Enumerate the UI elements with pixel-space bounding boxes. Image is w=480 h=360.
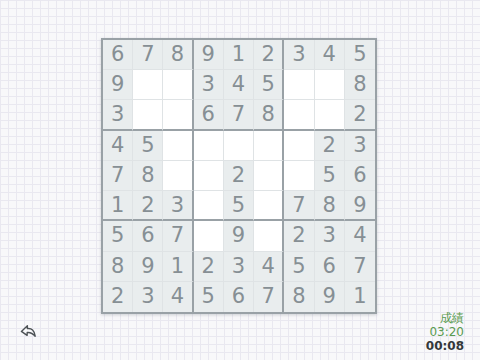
- cell-r5c1[interactable]: 7: [103, 161, 133, 191]
- cell-r4c5[interactable]: [224, 131, 254, 161]
- cell-r7c6[interactable]: [254, 221, 284, 251]
- cell-r9c6[interactable]: 7: [254, 282, 284, 312]
- cell-r9c1[interactable]: 2: [103, 282, 133, 312]
- cell-r2c7[interactable]: [284, 70, 314, 100]
- cell-r8c9[interactable]: 7: [345, 252, 375, 282]
- cell-r4c6[interactable]: [254, 131, 284, 161]
- cell-r4c8[interactable]: 2: [315, 131, 345, 161]
- cell-r7c8[interactable]: 3: [315, 221, 345, 251]
- cell-r7c9[interactable]: 4: [345, 221, 375, 251]
- score-panel: 成績 03:20 00:08: [426, 311, 464, 353]
- cell-r3c2[interactable]: [133, 100, 163, 130]
- undo-arrow-icon: [19, 323, 39, 341]
- cell-r5c3[interactable]: [163, 161, 193, 191]
- cell-r3c6[interactable]: 8: [254, 100, 284, 130]
- cell-r1c3[interactable]: 8: [163, 40, 193, 70]
- cell-r2c1[interactable]: 9: [103, 70, 133, 100]
- cell-r3c9[interactable]: 2: [345, 100, 375, 130]
- cell-r4c2[interactable]: 5: [133, 131, 163, 161]
- cell-r6c4[interactable]: [194, 191, 224, 221]
- cell-r1c8[interactable]: 4: [315, 40, 345, 70]
- best-time: 03:20: [426, 325, 464, 339]
- cell-r9c7[interactable]: 8: [284, 282, 314, 312]
- cell-r3c8[interactable]: [315, 100, 345, 130]
- cell-r6c5[interactable]: 5: [224, 191, 254, 221]
- sudoku-board: 6789123459345836782452378256123578956792…: [101, 38, 377, 314]
- cell-r5c4[interactable]: [194, 161, 224, 191]
- cell-r8c8[interactable]: 6: [315, 252, 345, 282]
- cell-r4c4[interactable]: [194, 131, 224, 161]
- cell-r8c4[interactable]: 2: [194, 252, 224, 282]
- cell-r2c2[interactable]: [133, 70, 163, 100]
- cell-r6c1[interactable]: 1: [103, 191, 133, 221]
- cell-r6c3[interactable]: 3: [163, 191, 193, 221]
- cell-r5c8[interactable]: 5: [315, 161, 345, 191]
- cell-r3c3[interactable]: [163, 100, 193, 130]
- cell-r5c7[interactable]: [284, 161, 314, 191]
- cell-r1c6[interactable]: 2: [254, 40, 284, 70]
- cell-r3c4[interactable]: 6: [194, 100, 224, 130]
- cell-r1c9[interactable]: 5: [345, 40, 375, 70]
- cell-r9c5[interactable]: 6: [224, 282, 254, 312]
- cell-r6c6[interactable]: [254, 191, 284, 221]
- cell-r2c6[interactable]: 5: [254, 70, 284, 100]
- undo-button[interactable]: [18, 322, 40, 342]
- cell-r6c2[interactable]: 2: [133, 191, 163, 221]
- cell-r1c7[interactable]: 3: [284, 40, 314, 70]
- cell-r7c4[interactable]: [194, 221, 224, 251]
- cell-r3c1[interactable]: 3: [103, 100, 133, 130]
- cell-r9c8[interactable]: 9: [315, 282, 345, 312]
- cell-r2c8[interactable]: [315, 70, 345, 100]
- cell-r8c6[interactable]: 4: [254, 252, 284, 282]
- cell-r5c6[interactable]: [254, 161, 284, 191]
- cell-r9c9[interactable]: 1: [345, 282, 375, 312]
- cell-r8c7[interactable]: 5: [284, 252, 314, 282]
- cell-r7c5[interactable]: 9: [224, 221, 254, 251]
- cell-r6c9[interactable]: 9: [345, 191, 375, 221]
- cell-r6c7[interactable]: 7: [284, 191, 314, 221]
- cell-r2c5[interactable]: 4: [224, 70, 254, 100]
- cell-r7c3[interactable]: 7: [163, 221, 193, 251]
- cell-r5c9[interactable]: 6: [345, 161, 375, 191]
- cell-r8c3[interactable]: 1: [163, 252, 193, 282]
- cell-r4c7[interactable]: [284, 131, 314, 161]
- cell-r1c1[interactable]: 6: [103, 40, 133, 70]
- cell-r9c4[interactable]: 5: [194, 282, 224, 312]
- cell-r3c7[interactable]: [284, 100, 314, 130]
- cell-r4c3[interactable]: [163, 131, 193, 161]
- score-label: 成績: [426, 311, 464, 325]
- cell-r2c9[interactable]: 8: [345, 70, 375, 100]
- cell-r4c1[interactable]: 4: [103, 131, 133, 161]
- app-background: { "game": "sudoku", "position": "6789123…: [0, 0, 480, 360]
- cell-r7c2[interactable]: 6: [133, 221, 163, 251]
- cell-r8c2[interactable]: 9: [133, 252, 163, 282]
- cell-r2c4[interactable]: 3: [194, 70, 224, 100]
- cell-r9c3[interactable]: 4: [163, 282, 193, 312]
- cell-r7c7[interactable]: 2: [284, 221, 314, 251]
- cell-r6c8[interactable]: 8: [315, 191, 345, 221]
- cell-r8c1[interactable]: 8: [103, 252, 133, 282]
- cell-r3c5[interactable]: 7: [224, 100, 254, 130]
- current-time: 00:08: [426, 339, 464, 353]
- cell-r2c3[interactable]: [163, 70, 193, 100]
- cell-r5c2[interactable]: 8: [133, 161, 163, 191]
- cell-r1c5[interactable]: 1: [224, 40, 254, 70]
- cell-r5c5[interactable]: 2: [224, 161, 254, 191]
- cell-r8c5[interactable]: 3: [224, 252, 254, 282]
- cell-r7c1[interactable]: 5: [103, 221, 133, 251]
- cell-r4c9[interactable]: 3: [345, 131, 375, 161]
- cell-r1c2[interactable]: 7: [133, 40, 163, 70]
- cell-r9c2[interactable]: 3: [133, 282, 163, 312]
- cell-r1c4[interactable]: 9: [194, 40, 224, 70]
